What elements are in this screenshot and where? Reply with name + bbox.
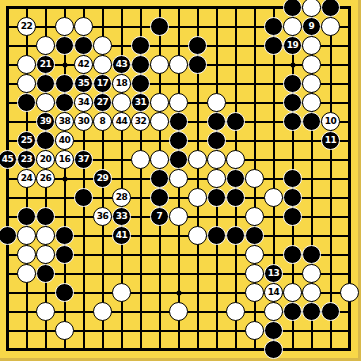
black-stone[interactable] <box>264 340 283 359</box>
black-stone[interactable] <box>226 169 245 188</box>
black-stone-move-39[interactable]: 39 <box>36 112 55 131</box>
move-number-label: 8 <box>100 117 106 126</box>
move-number-label: 43 <box>116 60 128 69</box>
black-stone[interactable] <box>207 226 226 245</box>
white-stone[interactable] <box>245 245 264 264</box>
white-stone[interactable] <box>112 283 131 302</box>
white-stone[interactable] <box>169 93 188 112</box>
white-stone[interactable] <box>245 169 264 188</box>
white-stone[interactable] <box>74 17 93 36</box>
move-number-label: 19 <box>287 41 299 50</box>
black-stone[interactable] <box>264 321 283 340</box>
black-stone[interactable] <box>188 36 207 55</box>
star-point <box>176 290 181 295</box>
black-stone[interactable] <box>150 169 169 188</box>
move-number-label: 34 <box>78 98 90 107</box>
black-stone-move-43[interactable]: 43 <box>112 55 131 74</box>
black-stone[interactable] <box>207 131 226 150</box>
black-stone[interactable] <box>150 188 169 207</box>
white-stone[interactable] <box>131 150 150 169</box>
move-number-label: 40 <box>59 136 71 145</box>
move-number-label: 27 <box>97 98 109 107</box>
black-stone-move-29[interactable]: 29 <box>93 169 112 188</box>
black-stone[interactable] <box>283 112 302 131</box>
black-stone-move-37[interactable]: 37 <box>74 150 93 169</box>
black-stone[interactable] <box>74 36 93 55</box>
grid-line-vertical <box>330 6 332 351</box>
white-stone[interactable] <box>36 36 55 55</box>
white-stone-move-28[interactable]: 28 <box>112 188 131 207</box>
black-stone[interactable] <box>302 112 321 131</box>
white-stone[interactable] <box>283 17 302 36</box>
move-number-label: 31 <box>135 98 147 107</box>
black-stone[interactable] <box>36 131 55 150</box>
star-point <box>62 62 67 67</box>
white-stone[interactable] <box>245 321 264 340</box>
black-stone[interactable] <box>36 207 55 226</box>
black-stone[interactable] <box>169 112 188 131</box>
move-number-label: 11 <box>325 136 337 145</box>
white-stone[interactable] <box>207 150 226 169</box>
black-stone[interactable] <box>207 112 226 131</box>
move-number-label: 21 <box>40 60 52 69</box>
black-stone-move-19[interactable]: 19 <box>283 36 302 55</box>
white-stone[interactable] <box>264 302 283 321</box>
black-stone[interactable] <box>55 93 74 112</box>
move-number-label: 37 <box>78 155 90 164</box>
black-stone[interactable] <box>207 188 226 207</box>
black-stone[interactable] <box>283 245 302 264</box>
white-stone-move-24[interactable]: 24 <box>17 169 36 188</box>
move-number-label: 17 <box>97 79 109 88</box>
white-stone-move-36[interactable]: 36 <box>93 207 112 226</box>
white-stone[interactable] <box>36 93 55 112</box>
white-stone[interactable] <box>207 169 226 188</box>
black-stone-move-27[interactable]: 27 <box>93 93 112 112</box>
move-number-label: 24 <box>21 174 33 183</box>
move-number-label: 32 <box>135 117 147 126</box>
black-stone[interactable] <box>55 74 74 93</box>
white-stone-move-22[interactable]: 22 <box>17 17 36 36</box>
white-stone[interactable] <box>150 93 169 112</box>
white-stone[interactable] <box>169 55 188 74</box>
white-stone[interactable] <box>245 264 264 283</box>
white-stone[interactable] <box>302 55 321 74</box>
black-stone[interactable] <box>283 169 302 188</box>
move-number-label: 39 <box>40 117 52 126</box>
move-number-label: 28 <box>116 193 128 202</box>
white-stone[interactable] <box>302 283 321 302</box>
white-stone[interactable] <box>264 188 283 207</box>
black-stone[interactable] <box>169 150 188 169</box>
white-stone[interactable] <box>302 93 321 112</box>
white-stone[interactable] <box>302 264 321 283</box>
move-number-label: 33 <box>116 212 128 221</box>
move-number-label: 18 <box>116 79 128 88</box>
white-stone[interactable] <box>17 226 36 245</box>
black-stone[interactable] <box>55 245 74 264</box>
black-stone-move-11[interactable]: 11 <box>321 131 340 150</box>
move-number-label: 14 <box>268 288 280 297</box>
black-stone-move-35[interactable]: 35 <box>74 74 93 93</box>
white-stone[interactable] <box>188 188 207 207</box>
white-stone[interactable] <box>36 245 55 264</box>
black-stone[interactable] <box>74 188 93 207</box>
black-stone[interactable] <box>245 226 264 245</box>
white-stone[interactable] <box>93 55 112 74</box>
white-stone-move-38[interactable]: 38 <box>55 112 74 131</box>
black-stone[interactable] <box>302 302 321 321</box>
black-stone-move-41[interactable]: 41 <box>112 226 131 245</box>
white-stone[interactable] <box>150 150 169 169</box>
move-number-label: 23 <box>21 155 33 164</box>
white-stone[interactable] <box>245 207 264 226</box>
black-stone[interactable] <box>283 207 302 226</box>
move-number-label: 38 <box>59 117 71 126</box>
white-stone-move-16[interactable]: 16 <box>55 150 74 169</box>
white-stone[interactable] <box>340 283 359 302</box>
black-stone-move-23[interactable]: 23 <box>17 150 36 169</box>
white-stone[interactable] <box>302 74 321 93</box>
white-stone[interactable] <box>302 36 321 55</box>
black-stone-move-17[interactable]: 17 <box>93 74 112 93</box>
white-stone[interactable] <box>36 226 55 245</box>
go-board[interactable]: 2291921424335171834273139383084432102540… <box>0 0 361 361</box>
star-point <box>290 62 295 67</box>
black-stone-move-13[interactable]: 13 <box>264 264 283 283</box>
white-stone-move-10[interactable]: 10 <box>321 112 340 131</box>
white-stone[interactable] <box>17 264 36 283</box>
star-point <box>62 176 67 181</box>
white-stone-move-26[interactable]: 26 <box>36 169 55 188</box>
black-stone[interactable] <box>226 226 245 245</box>
move-number-label: 16 <box>59 155 71 164</box>
black-stone[interactable] <box>131 74 150 93</box>
move-number-label: 42 <box>78 60 90 69</box>
black-stone[interactable] <box>55 226 74 245</box>
white-stone[interactable] <box>55 17 74 36</box>
move-number-label: 10 <box>325 117 337 126</box>
black-stone[interactable] <box>17 93 36 112</box>
black-stone[interactable] <box>55 36 74 55</box>
black-stone[interactable] <box>283 302 302 321</box>
white-stone[interactable] <box>283 283 302 302</box>
black-stone-move-33[interactable]: 33 <box>112 207 131 226</box>
white-stone[interactable] <box>169 302 188 321</box>
white-stone[interactable] <box>207 93 226 112</box>
white-stone[interactable] <box>93 302 112 321</box>
white-stone-move-18[interactable]: 18 <box>112 74 131 93</box>
move-number-label: 20 <box>40 155 52 164</box>
move-number-label: 13 <box>268 269 280 278</box>
white-stone[interactable] <box>55 321 74 340</box>
move-number-label: 22 <box>21 22 33 31</box>
white-stone-move-8[interactable]: 8 <box>93 112 112 131</box>
black-stone[interactable] <box>264 36 283 55</box>
white-stone[interactable] <box>226 150 245 169</box>
white-stone-move-14[interactable]: 14 <box>264 283 283 302</box>
white-stone-move-44[interactable]: 44 <box>112 112 131 131</box>
black-stone[interactable] <box>226 188 245 207</box>
white-stone[interactable] <box>226 302 245 321</box>
black-stone[interactable] <box>283 93 302 112</box>
white-stone-move-30[interactable]: 30 <box>74 112 93 131</box>
black-stone[interactable] <box>169 131 188 150</box>
move-number-label: 25 <box>21 136 33 145</box>
move-number-label: 36 <box>97 212 109 221</box>
black-stone[interactable] <box>131 55 150 74</box>
black-stone[interactable] <box>55 283 74 302</box>
move-number-label: 26 <box>40 174 52 183</box>
black-stone[interactable] <box>131 36 150 55</box>
move-number-label: 7 <box>157 212 163 221</box>
move-number-label: 44 <box>116 117 128 126</box>
white-stone[interactable] <box>150 112 169 131</box>
white-stone[interactable] <box>321 17 340 36</box>
white-stone[interactable] <box>245 283 264 302</box>
grid-line-horizontal <box>6 273 351 275</box>
black-stone-move-31[interactable]: 31 <box>131 93 150 112</box>
black-stone[interactable] <box>17 207 36 226</box>
move-number-label: 35 <box>78 79 90 88</box>
black-stone-move-25[interactable]: 25 <box>17 131 36 150</box>
white-stone[interactable] <box>93 36 112 55</box>
black-stone-move-21[interactable]: 21 <box>36 55 55 74</box>
black-stone[interactable] <box>226 112 245 131</box>
white-stone[interactable] <box>188 150 207 169</box>
white-stone-move-20[interactable]: 20 <box>36 150 55 169</box>
white-stone[interactable] <box>17 245 36 264</box>
white-stone-move-40[interactable]: 40 <box>55 131 74 150</box>
white-stone[interactable] <box>150 55 169 74</box>
black-stone[interactable] <box>36 264 55 283</box>
black-stone[interactable] <box>302 245 321 264</box>
white-stone-move-42[interactable]: 42 <box>74 55 93 74</box>
white-stone[interactable] <box>112 93 131 112</box>
black-stone[interactable] <box>321 302 340 321</box>
black-stone-move-7[interactable]: 7 <box>150 207 169 226</box>
black-stone[interactable] <box>283 188 302 207</box>
move-number-label: 41 <box>116 231 128 240</box>
black-stone[interactable] <box>36 74 55 93</box>
white-stone-move-34[interactable]: 34 <box>74 93 93 112</box>
move-number-label: 30 <box>78 117 90 126</box>
white-stone[interactable] <box>17 55 36 74</box>
white-stone-move-32[interactable]: 32 <box>131 112 150 131</box>
move-number-label: 9 <box>309 22 315 31</box>
move-number-label: 45 <box>2 155 14 164</box>
white-stone[interactable] <box>17 74 36 93</box>
white-stone[interactable] <box>188 226 207 245</box>
move-number-label: 29 <box>97 174 109 183</box>
black-stone[interactable] <box>150 17 169 36</box>
white-stone[interactable] <box>169 207 188 226</box>
black-stone[interactable] <box>188 55 207 74</box>
black-stone-move-9[interactable]: 9 <box>302 17 321 36</box>
black-stone[interactable] <box>264 17 283 36</box>
white-stone[interactable] <box>169 169 188 188</box>
white-stone[interactable] <box>36 302 55 321</box>
black-stone[interactable] <box>283 74 302 93</box>
